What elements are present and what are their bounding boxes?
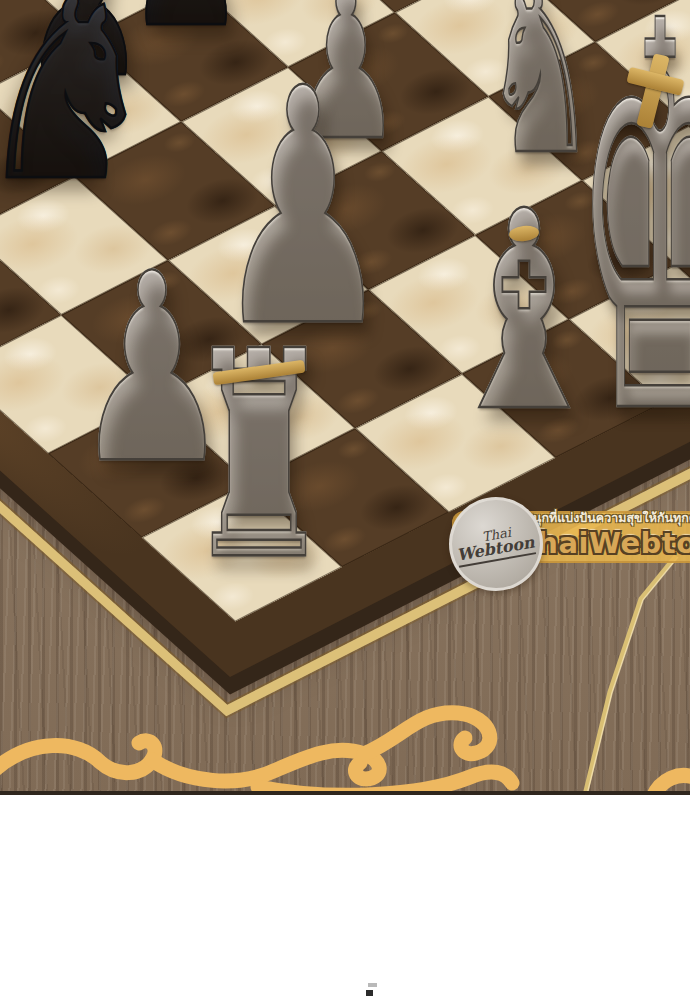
gold-scroll-ornament (0, 713, 690, 795)
comic-panel: ♟♟♞♟♞♟♝♚♟♜ เว็บสนุกที่แบ่งปันความสุขให้ก… (0, 0, 690, 795)
gold-inlay-line (585, 556, 676, 795)
webtoon-page: ♟♟♞♟♞♟♝♚♟♜ เว็บสนุกที่แบ่งปันความสุขให้ก… (0, 0, 690, 1000)
panel-bottom-border (0, 791, 690, 795)
gold-inlay-highlight (587, 557, 678, 795)
gutter-mark-light (368, 983, 377, 987)
gutter-mark-dark (366, 990, 373, 996)
